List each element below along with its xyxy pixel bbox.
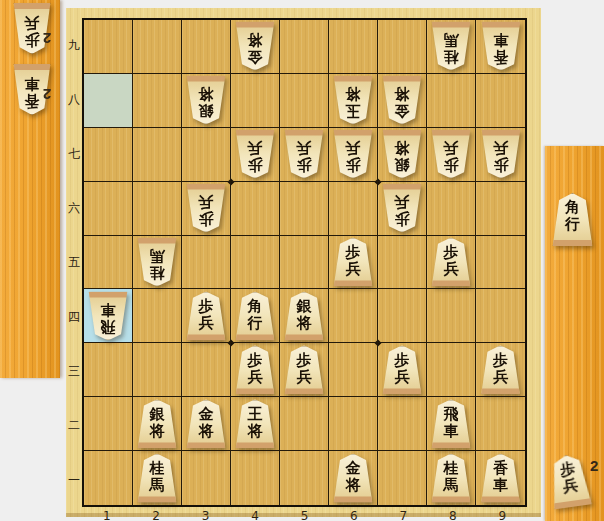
square-33[interactable] [182,343,231,397]
square-43[interactable]: 歩兵 [231,343,280,397]
piece-kanji: 歩兵 [332,243,374,277]
square-61[interactable]: 金将 [329,451,378,505]
square-31[interactable] [182,451,231,505]
piece-fu-pawn[interactable]: 歩兵 [332,130,374,179]
square-85[interactable]: 歩兵 [427,236,476,290]
piece-kanji: 歩兵 [430,139,472,173]
piece-kanji: 金将 [234,31,276,65]
square-21[interactable]: 桂馬 [133,451,182,505]
square-73[interactable]: 歩兵 [378,343,427,397]
rank-label-3: 三 [66,344,82,398]
piece-gin-silver[interactable]: 銀将 [283,291,325,340]
piece-kei-knight[interactable]: 桂馬 [136,237,178,286]
hand-count: 2 [43,87,51,102]
piece-kanji: 玉将 [332,85,374,119]
square-42[interactable]: 王将 [231,397,280,451]
square-53[interactable]: 歩兵 [280,343,329,397]
square-78[interactable]: 金将 [378,74,427,128]
square-14[interactable]: 飛車 [84,289,133,343]
square-32[interactable]: 金将 [182,397,231,451]
piece-kei-knight[interactable]: 桂馬 [430,454,472,503]
piece-kanji: 歩兵 [381,351,423,385]
square-86[interactable] [427,182,476,236]
square-11[interactable] [84,451,133,505]
square-47[interactable]: 歩兵 [231,128,280,182]
square-49[interactable]: 金将 [231,20,280,74]
square-25[interactable]: 桂馬 [133,236,182,290]
square-26[interactable] [133,182,182,236]
piece-kanji: 歩兵 [185,297,227,331]
piece-kanji: 歩兵 [283,351,325,385]
square-46[interactable] [231,182,280,236]
square-55[interactable] [280,236,329,290]
square-98[interactable] [476,74,525,128]
square-17[interactable] [84,128,133,182]
piece-fu-pawn[interactable]: 歩兵 [381,184,423,233]
shogi-board: 九八七六五四三二一 金将桂馬香車銀将玉将金将歩兵歩兵歩兵銀将歩兵歩兵歩兵歩兵桂馬… [66,8,541,517]
square-75[interactable] [378,236,427,290]
piece-kaku-bishop[interactable]: 角行 [551,193,594,246]
square-94[interactable] [476,289,525,343]
rank-label-4: 四 [66,290,82,344]
rank-label-5: 五 [66,235,82,289]
piece-kanji: 歩兵 [332,139,374,173]
captured-stand-sente: 歩兵2香車2 [0,0,60,378]
piece-fu-pawn[interactable]: 歩兵 [546,452,594,509]
square-58[interactable] [280,74,329,128]
square-84[interactable] [427,289,476,343]
piece-kanji: 香車 [480,31,522,65]
piece-gin-silver[interactable]: 銀将 [381,130,423,179]
rank-label-8: 八 [66,72,82,126]
piece-kanji: 歩兵 [283,139,325,173]
square-83[interactable] [427,343,476,397]
piece-kanji: 歩兵 [381,193,423,227]
piece-fu-pawn[interactable]: 歩兵 [430,237,472,286]
square-81[interactable]: 桂馬 [427,451,476,505]
square-67[interactable]: 歩兵 [329,128,378,182]
piece-kanji: 歩兵 [234,351,276,385]
rank-label-9: 九 [66,18,82,72]
piece-kanji: 王将 [234,405,276,439]
piece-kin-gold[interactable]: 金将 [381,76,423,125]
square-51[interactable] [280,451,329,505]
piece-fu-pawn[interactable]: 歩兵 [283,345,325,394]
piece-hisha-rook[interactable]: 飛車 [87,291,129,340]
captured-stand-gote: 角行歩兵2 [545,146,604,521]
square-63[interactable] [329,343,378,397]
piece-kanji: 銀将 [381,139,423,173]
square-97[interactable]: 歩兵 [476,128,525,182]
file-labels: 123456789 [82,508,527,521]
piece-kaku-bishop[interactable]: 角行 [234,291,276,340]
piece-kanji: 香車 [480,460,522,494]
piece-kanji: 桂馬 [430,460,472,494]
piece-kanji: 銀将 [283,297,325,331]
piece-fu-pawn[interactable]: 歩兵 [430,130,472,179]
square-16[interactable] [84,182,133,236]
file-label-7: 7 [379,508,428,521]
piece-fu-pawn[interactable]: 歩兵 [234,130,276,179]
square-52[interactable] [280,397,329,451]
piece-kin-gold[interactable]: 金将 [332,454,374,503]
square-48[interactable] [231,74,280,128]
square-89[interactable]: 桂馬 [427,20,476,74]
file-label-8: 8 [428,508,477,521]
file-label-1: 1 [82,508,131,521]
piece-fu-pawn[interactable]: 歩兵 [234,345,276,394]
square-24[interactable] [133,289,182,343]
piece-kanji: 桂馬 [136,460,178,494]
rank-labels: 九八七六五四三二一 [66,18,82,507]
file-label-5: 5 [280,508,329,521]
square-71[interactable] [378,451,427,505]
piece-kei-knight[interactable]: 桂馬 [136,454,178,503]
square-68[interactable]: 玉将 [329,74,378,128]
piece-kanji: 銀将 [185,85,227,119]
square-41[interactable] [231,451,280,505]
square-37[interactable] [182,128,231,182]
piece-fu-pawn[interactable]: 歩兵 [480,345,522,394]
square-82[interactable]: 飛車 [427,397,476,451]
piece-gin-silver[interactable]: 銀将 [185,76,227,125]
hand-count: 2 [43,31,51,46]
piece-fu-pawn[interactable]: 歩兵 [185,291,227,340]
piece-kanji: 飛車 [430,405,472,439]
piece-kanji: 角行 [551,199,594,233]
square-87[interactable]: 歩兵 [427,128,476,182]
square-34[interactable]: 歩兵 [182,289,231,343]
piece-kanji: 角行 [234,297,276,331]
shogi-app: 歩兵2香車2 九八七六五四三二一 金将桂馬香車銀将玉将金将歩兵歩兵歩兵銀将歩兵歩… [0,0,604,521]
piece-fu-pawn[interactable]: 歩兵 [283,130,325,179]
rank-label-6: 六 [66,181,82,235]
piece-kin-gold[interactable]: 金将 [185,399,227,448]
piece-kanji: 歩兵 [234,139,276,173]
piece-kanji: 飛車 [87,300,129,334]
square-72[interactable] [378,397,427,451]
square-79[interactable] [378,20,427,74]
square-28[interactable] [133,74,182,128]
piece-kin-gold[interactable]: 金将 [234,22,276,71]
square-12[interactable] [84,397,133,451]
square-99[interactable]: 香車 [476,20,525,74]
square-23[interactable] [133,343,182,397]
piece-kanji: 金将 [332,460,374,494]
square-38[interactable]: 銀将 [182,74,231,128]
piece-hisha-rook[interactable]: 飛車 [430,399,472,448]
square-76[interactable]: 歩兵 [378,182,427,236]
piece-kanji: 銀将 [136,405,178,439]
piece-kyo-lance[interactable]: 香車 [480,22,522,71]
square-93[interactable]: 歩兵 [476,343,525,397]
rank-label-2: 二 [66,398,82,452]
piece-kanji: 金将 [185,405,227,439]
square-36[interactable]: 歩兵 [182,182,231,236]
file-label-2: 2 [131,508,180,521]
file-label-3: 3 [181,508,230,521]
square-69[interactable] [329,20,378,74]
piece-kanji: 歩兵 [430,243,472,277]
square-74[interactable] [378,289,427,343]
piece-ou-king[interactable]: 王将 [234,399,276,448]
piece-fu-pawn[interactable]: 歩兵 [480,130,522,179]
piece-kanji: 桂馬 [430,31,472,65]
file-label-9: 9 [478,508,527,521]
piece-fu-pawn[interactable]: 歩兵 [185,184,227,233]
square-64[interactable] [329,289,378,343]
square-65[interactable]: 歩兵 [329,236,378,290]
piece-kanji: 金将 [381,85,423,119]
piece-fu-pawn[interactable]: 歩兵 [332,237,374,286]
square-95[interactable] [476,236,525,290]
square-27[interactable] [133,128,182,182]
piece-kyo-lance[interactable]: 香車 [480,454,522,503]
piece-kanji: 歩兵 [480,139,522,173]
file-label-6: 6 [329,508,378,521]
hand-count: 2 [590,458,598,473]
rank-label-7: 七 [66,127,82,181]
square-66[interactable] [329,182,378,236]
square-88[interactable] [427,74,476,128]
square-96[interactable] [476,182,525,236]
square-44[interactable]: 角行 [231,289,280,343]
piece-gin-silver[interactable]: 銀将 [136,399,178,448]
square-92[interactable] [476,397,525,451]
square-13[interactable] [84,343,133,397]
square-15[interactable] [84,236,133,290]
piece-fu-pawn[interactable]: 歩兵 [381,345,423,394]
piece-kanji: 歩兵 [546,458,591,497]
square-39[interactable] [182,20,231,74]
piece-kanji: 桂馬 [136,246,178,280]
square-77[interactable]: 銀将 [378,128,427,182]
piece-gyoku-king[interactable]: 玉将 [332,76,374,125]
rank-label-1: 一 [66,453,82,507]
square-35[interactable] [182,236,231,290]
square-45[interactable] [231,236,280,290]
file-label-4: 4 [230,508,279,521]
piece-kei-knight[interactable]: 桂馬 [430,22,472,71]
piece-kanji: 歩兵 [480,351,522,385]
square-56[interactable] [280,182,329,236]
square-62[interactable] [329,397,378,451]
square-19[interactable] [84,20,133,74]
square-91[interactable]: 香車 [476,451,525,505]
board-grid: 金将桂馬香車銀将玉将金将歩兵歩兵歩兵銀将歩兵歩兵歩兵歩兵桂馬歩兵歩兵飛車歩兵角行… [82,18,527,507]
square-29[interactable] [133,20,182,74]
square-54[interactable]: 銀将 [280,289,329,343]
square-57[interactable]: 歩兵 [280,128,329,182]
square-18[interactable] [84,74,133,128]
square-22[interactable]: 銀将 [133,397,182,451]
square-59[interactable] [280,20,329,74]
piece-kanji: 歩兵 [185,193,227,227]
